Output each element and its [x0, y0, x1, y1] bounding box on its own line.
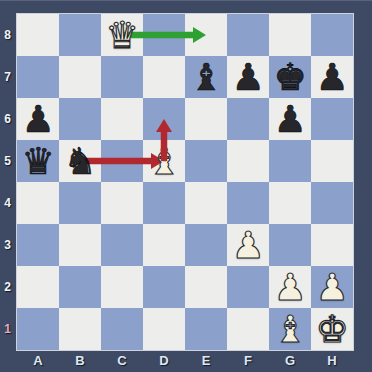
- square-d2[interactable]: [143, 266, 185, 308]
- square-g3[interactable]: [269, 224, 311, 266]
- white-pawn[interactable]: ♟: [231, 227, 264, 264]
- chess-board: ♛♝♟♚♟♟♟♛♞♝♟♟♟♝♚: [16, 13, 354, 351]
- square-f3[interactable]: ♟: [227, 224, 269, 266]
- rank-label-5: 5: [0, 140, 15, 182]
- square-c2[interactable]: [101, 266, 143, 308]
- square-e8[interactable]: [185, 14, 227, 56]
- white-pawn[interactable]: ♟: [273, 269, 306, 306]
- square-b5[interactable]: ♞: [59, 140, 101, 182]
- square-e2[interactable]: [185, 266, 227, 308]
- square-e1[interactable]: [185, 308, 227, 350]
- square-d5[interactable]: ♝: [143, 140, 185, 182]
- square-g6[interactable]: ♟: [269, 98, 311, 140]
- square-b6[interactable]: [59, 98, 101, 140]
- rank-label-6: 6: [0, 98, 15, 140]
- square-b1[interactable]: [59, 308, 101, 350]
- square-c4[interactable]: [101, 182, 143, 224]
- file-label-e: E: [185, 351, 227, 371]
- black-king[interactable]: ♚: [273, 59, 306, 96]
- file-label-a: A: [17, 351, 59, 371]
- square-a6[interactable]: ♟: [17, 98, 59, 140]
- square-a5[interactable]: ♛: [17, 140, 59, 182]
- rank-label-4: 4: [0, 182, 15, 224]
- white-bishop[interactable]: ♝: [273, 311, 306, 348]
- square-g7[interactable]: ♚: [269, 56, 311, 98]
- square-f6[interactable]: [227, 98, 269, 140]
- square-g1[interactable]: ♝: [269, 308, 311, 350]
- square-d4[interactable]: [143, 182, 185, 224]
- square-h3[interactable]: [311, 224, 353, 266]
- black-knight[interactable]: ♞: [63, 143, 96, 180]
- white-pawn[interactable]: ♟: [315, 269, 348, 306]
- file-label-c: C: [101, 351, 143, 371]
- rank-label-7: 7: [0, 56, 15, 98]
- square-c6[interactable]: [101, 98, 143, 140]
- black-pawn[interactable]: ♟: [315, 59, 348, 96]
- square-c8[interactable]: ♛: [101, 14, 143, 56]
- square-a3[interactable]: [17, 224, 59, 266]
- square-a2[interactable]: [17, 266, 59, 308]
- square-c7[interactable]: [101, 56, 143, 98]
- black-pawn[interactable]: ♟: [273, 101, 306, 138]
- square-f4[interactable]: [227, 182, 269, 224]
- square-d7[interactable]: [143, 56, 185, 98]
- file-label-g: G: [269, 351, 311, 371]
- black-pawn[interactable]: ♟: [21, 101, 54, 138]
- square-g8[interactable]: [269, 14, 311, 56]
- square-f7[interactable]: ♟: [227, 56, 269, 98]
- white-king[interactable]: ♚: [315, 311, 348, 348]
- square-d6[interactable]: [143, 98, 185, 140]
- black-pawn[interactable]: ♟: [231, 59, 264, 96]
- square-g5[interactable]: [269, 140, 311, 182]
- square-b3[interactable]: [59, 224, 101, 266]
- square-b4[interactable]: [59, 182, 101, 224]
- chess-diagram: ♛♝♟♚♟♟♟♛♞♝♟♟♟♝♚ 87654321 ABCDEFGH: [0, 0, 372, 372]
- black-queen[interactable]: ♛: [21, 143, 54, 180]
- square-d8[interactable]: [143, 14, 185, 56]
- square-a4[interactable]: [17, 182, 59, 224]
- square-f8[interactable]: [227, 14, 269, 56]
- file-label-d: D: [143, 351, 185, 371]
- square-a7[interactable]: [17, 56, 59, 98]
- square-h7[interactable]: ♟: [311, 56, 353, 98]
- rank-label-1: 1: [0, 308, 15, 350]
- white-queen[interactable]: ♛: [105, 17, 138, 54]
- file-label-f: F: [227, 351, 269, 371]
- square-f5[interactable]: [227, 140, 269, 182]
- square-f2[interactable]: [227, 266, 269, 308]
- rank-label-8: 8: [0, 14, 15, 56]
- square-a8[interactable]: [17, 14, 59, 56]
- square-h5[interactable]: [311, 140, 353, 182]
- square-h1[interactable]: ♚: [311, 308, 353, 350]
- file-label-h: H: [311, 351, 353, 371]
- square-e4[interactable]: [185, 182, 227, 224]
- rank-label-2: 2: [0, 266, 15, 308]
- square-c5[interactable]: [101, 140, 143, 182]
- black-bishop[interactable]: ♝: [189, 59, 222, 96]
- white-bishop[interactable]: ♝: [147, 143, 180, 180]
- square-b8[interactable]: [59, 14, 101, 56]
- square-d1[interactable]: [143, 308, 185, 350]
- file-label-b: B: [59, 351, 101, 371]
- square-h4[interactable]: [311, 182, 353, 224]
- square-c3[interactable]: [101, 224, 143, 266]
- square-b7[interactable]: [59, 56, 101, 98]
- square-f1[interactable]: [227, 308, 269, 350]
- square-g4[interactable]: [269, 182, 311, 224]
- square-e7[interactable]: ♝: [185, 56, 227, 98]
- square-g2[interactable]: ♟: [269, 266, 311, 308]
- square-h2[interactable]: ♟: [311, 266, 353, 308]
- square-e3[interactable]: [185, 224, 227, 266]
- square-a1[interactable]: [17, 308, 59, 350]
- square-e6[interactable]: [185, 98, 227, 140]
- square-h6[interactable]: [311, 98, 353, 140]
- rank-label-3: 3: [0, 224, 15, 266]
- square-c1[interactable]: [101, 308, 143, 350]
- square-h8[interactable]: [311, 14, 353, 56]
- square-e5[interactable]: [185, 140, 227, 182]
- square-b2[interactable]: [59, 266, 101, 308]
- square-d3[interactable]: [143, 224, 185, 266]
